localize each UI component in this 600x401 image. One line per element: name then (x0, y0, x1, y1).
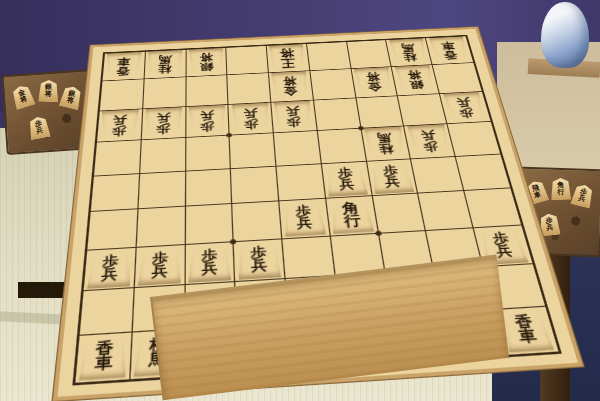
square-7c[interactable]: 歩兵 (186, 105, 230, 138)
piece-black-pawn[interactable]: 歩兵 (237, 239, 281, 280)
piece-white-knight[interactable]: 桂馬 (147, 50, 183, 78)
piece-white-lance[interactable]: 香車 (105, 52, 142, 81)
porcelain-vase (541, 2, 589, 68)
piece-black-lance[interactable]: 香車 (79, 332, 128, 380)
square-9b[interactable] (100, 80, 145, 112)
square-3f[interactable] (373, 194, 427, 234)
square-6e[interactable] (231, 166, 279, 204)
piece-black-pawn[interactable]: 歩兵 (324, 161, 368, 197)
left-stand-leg (34, 148, 60, 288)
square-9f[interactable] (87, 209, 138, 250)
captured-piece-pawn[interactable]: 歩兵 (570, 183, 595, 209)
square-6d[interactable] (230, 133, 277, 168)
piece-white-gold[interactable]: 金将 (354, 67, 395, 96)
square-1f[interactable] (465, 189, 522, 228)
piece-white-lance[interactable]: 香車 (429, 36, 470, 64)
square-8g[interactable]: 歩兵 (135, 245, 186, 289)
piece-black-pawn[interactable]: 歩兵 (282, 199, 326, 237)
square-3a[interactable] (347, 40, 392, 69)
square-6c[interactable]: 歩兵 (229, 103, 274, 136)
square-6f[interactable] (233, 202, 283, 242)
piece-white-pawn[interactable]: 歩兵 (407, 124, 452, 157)
square-9e[interactable] (91, 174, 140, 212)
piece-white-silver[interactable]: 銀将 (395, 65, 437, 94)
square-9d[interactable] (94, 140, 142, 176)
captured-piece-pawn[interactable]: 歩兵 (27, 115, 51, 140)
square-3d[interactable]: 桂馬 (361, 127, 411, 162)
piece-black-pawn[interactable]: 歩兵 (87, 247, 132, 289)
piece-white-pawn[interactable]: 歩兵 (100, 109, 140, 141)
piece-white-pawn[interactable]: 歩兵 (274, 100, 314, 132)
square-3b[interactable]: 金将 (351, 67, 398, 98)
captured-piece-bishop[interactable]: 角行 (550, 178, 571, 201)
square-1e[interactable] (456, 154, 510, 191)
square-2a[interactable]: 桂馬 (387, 38, 433, 67)
square-9i[interactable]: 香車 (75, 332, 132, 383)
star-point (375, 230, 382, 235)
piece-black-bishop[interactable]: 角行 (329, 196, 374, 234)
square-8b[interactable] (143, 77, 186, 109)
piece-white-king[interactable]: 王将 (269, 44, 306, 72)
piece-white-silver[interactable]: 銀将 (189, 48, 224, 76)
square-1c[interactable]: 歩兵 (440, 92, 491, 125)
square-8d[interactable] (140, 138, 186, 174)
square-9g[interactable]: 歩兵 (84, 247, 137, 291)
square-4b[interactable] (310, 69, 356, 100)
square-5b[interactable]: 金将 (269, 71, 314, 102)
piece-white-knight[interactable]: 桂馬 (389, 38, 429, 66)
piece-white-knight[interactable]: 桂馬 (364, 126, 407, 159)
square-6a[interactable] (227, 46, 269, 76)
piece-white-pawn[interactable]: 歩兵 (231, 102, 270, 134)
square-7e[interactable] (186, 169, 233, 207)
square-3c[interactable] (356, 96, 404, 129)
square-7g[interactable]: 歩兵 (185, 242, 235, 285)
square-6b[interactable] (228, 73, 272, 104)
captured-piece-silver[interactable]: 銀将 (38, 80, 59, 103)
square-5f[interactable]: 歩兵 (279, 199, 330, 239)
square-4f[interactable]: 角行 (326, 196, 379, 236)
piece-black-pawn[interactable]: 歩兵 (369, 159, 414, 194)
piece-white-pawn[interactable]: 歩兵 (144, 107, 182, 139)
square-4a[interactable] (307, 42, 351, 71)
square-4e[interactable]: 歩兵 (322, 162, 373, 199)
square-8a[interactable]: 桂馬 (144, 50, 186, 80)
square-5e[interactable] (277, 164, 326, 202)
square-7f[interactable] (185, 204, 234, 245)
square-9c[interactable]: 歩兵 (97, 109, 143, 143)
piece-black-pawn[interactable]: 歩兵 (138, 244, 182, 286)
square-2b[interactable]: 銀将 (392, 65, 440, 96)
square-1b[interactable] (433, 63, 482, 94)
square-8e[interactable] (138, 171, 185, 209)
square-2c[interactable] (398, 94, 448, 127)
captured-piece-gold[interactable]: 金将 (10, 83, 36, 110)
piece-white-pawn[interactable]: 歩兵 (189, 104, 227, 136)
square-7d[interactable] (186, 136, 232, 172)
square-8c[interactable]: 歩兵 (142, 107, 186, 141)
piece-white-pawn[interactable]: 歩兵 (443, 92, 487, 123)
square-7b[interactable] (186, 75, 229, 106)
square-5d[interactable] (274, 131, 322, 166)
square-9h[interactable] (80, 288, 135, 335)
piece-white-gold[interactable]: 金将 (272, 71, 311, 101)
square-1d[interactable] (448, 122, 500, 157)
square-6g[interactable]: 歩兵 (234, 239, 286, 282)
captured-piece-silver[interactable]: 銀将 (59, 84, 84, 110)
piece-black-pawn[interactable]: 歩兵 (188, 242, 231, 283)
square-4c[interactable] (314, 98, 361, 131)
square-5a[interactable]: 王将 (267, 44, 310, 73)
square-3e[interactable]: 歩兵 (367, 159, 419, 196)
square-4d[interactable] (318, 129, 367, 164)
square-5c[interactable]: 歩兵 (271, 100, 317, 133)
square-8f[interactable] (136, 207, 185, 248)
square-1a[interactable]: 香車 (426, 36, 473, 65)
square-7a[interactable]: 銀将 (186, 48, 228, 78)
square-5g[interactable] (283, 236, 336, 279)
square-9a[interactable]: 香車 (102, 52, 145, 82)
